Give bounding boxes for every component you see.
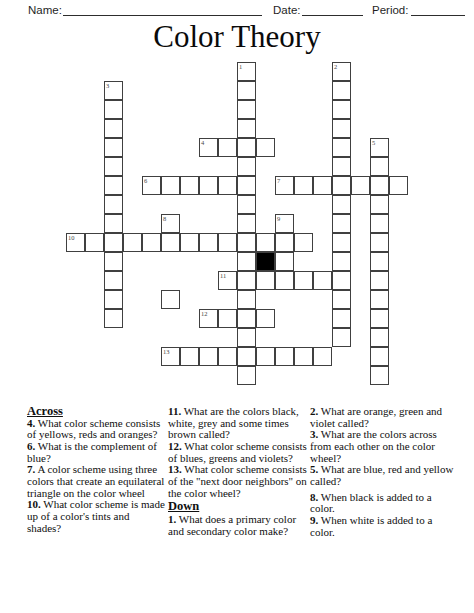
grid-cell-r6c4[interactable]: 6 [142,176,161,195]
grid-cell-r4c9[interactable] [237,138,256,157]
grid-cell-r4c7[interactable]: 4 [199,138,218,157]
grid-cell-r6c15[interactable] [351,176,370,195]
grid-cell-r15c8[interactable] [218,347,237,366]
grid-cell-r9c0[interactable]: 10 [66,233,85,252]
clue-number-8: 8 [163,215,166,223]
grid-cell-r3c2[interactable] [104,119,123,138]
name-label: Name: [28,4,62,16]
grid-cell-r1c14[interactable] [332,81,351,100]
grid-cell-r15c6[interactable] [180,347,199,366]
grid-cell-r12c5[interactable] [161,290,180,309]
grid-cell-r9c9[interactable] [237,233,256,252]
grid-cell-r15c7[interactable] [199,347,218,366]
grid-cell-r13c8[interactable] [218,309,237,328]
grid-cell-r13c16[interactable] [370,309,389,328]
grid-cell-r2c2[interactable] [104,100,123,119]
grid-cell-r4c8[interactable] [218,138,237,157]
clue-11-across: 11. What are the colors black, white, gr… [168,406,309,441]
grid-cell-r6c11[interactable]: 7 [275,176,294,195]
grid-cell-r8c2[interactable] [104,214,123,233]
grid-cell-r4c14[interactable] [332,138,351,157]
grid-cell-r14c9[interactable] [237,328,256,347]
grid-cell-r15c11[interactable] [275,347,294,366]
clue-7-across: 7. A color scheme using three colors tha… [27,464,166,499]
grid-cell-r5c14[interactable] [332,157,351,176]
grid-cell-r7c2[interactable] [104,195,123,214]
grid-cell-r11c14[interactable] [332,271,351,290]
grid-cell-r6c17[interactable] [389,176,408,195]
black-cell [256,252,275,271]
grid-cell-r9c4[interactable] [142,233,161,252]
grid-cell-r15c10[interactable] [256,347,275,366]
clue-12-across: 12. What color scheme consists of blues,… [168,441,309,464]
grid-cell-r12c9[interactable] [237,290,256,309]
grid-cell-r2c9[interactable] [237,100,256,119]
grid-cell-r8c5[interactable]: 8 [161,214,180,233]
grid-cell-r1c2[interactable]: 3 [104,81,123,100]
grid-cell-r2c14[interactable] [332,100,351,119]
grid-cell-r9c5[interactable] [161,233,180,252]
grid-cell-r13c9[interactable] [237,309,256,328]
clue-number-11: 11 [220,272,226,280]
clue-number-2: 2 [334,63,337,71]
grid-cell-r11c13[interactable] [313,271,332,290]
grid-cell-r1c9[interactable] [237,81,256,100]
grid-cell-r10c16[interactable] [370,252,389,271]
grid-cell-r10c14[interactable] [332,252,351,271]
grid-cell-r10c11[interactable] [275,252,294,271]
grid-cell-r16c16[interactable] [370,366,389,385]
clue-column-3: 2. What are orange, green and violet cal… [310,406,455,538]
grid-cell-r13c7[interactable]: 12 [199,309,218,328]
grid-cell-r9c16[interactable] [370,233,389,252]
clue-number-13: 13 [163,348,170,356]
grid-cell-r13c2[interactable] [104,309,123,328]
worksheet-page: Name: Date: Period: Color Theory 1234567… [0,0,474,613]
clue-13-across: 13. What color scheme consists of the "n… [168,464,309,499]
grid-cell-r15c12[interactable] [294,347,313,366]
grid-cell-r7c14[interactable] [332,195,351,214]
grid-cell-r12c14[interactable] [332,290,351,309]
grid-cell-r9c2[interactable] [104,233,123,252]
grid-cell-r5c2[interactable] [104,157,123,176]
grid-cell-r9c10[interactable] [256,233,275,252]
name-blank-line[interactable] [63,15,262,16]
grid-cell-r8c11[interactable]: 9 [275,214,294,233]
grid-cell-r9c1[interactable] [85,233,104,252]
grid-cell-r11c8[interactable]: 11 [218,271,237,290]
grid-cell-r5c9[interactable] [237,157,256,176]
grid-cell-r9c14[interactable] [332,233,351,252]
grid-cell-r5c16[interactable] [370,157,389,176]
clue-9-down: 9. When white is added to a color. [310,515,455,538]
grid-cell-r4c2[interactable] [104,138,123,157]
grid-cell-r6c7[interactable] [199,176,218,195]
grid-cell-r6c9[interactable] [237,176,256,195]
grid-cell-r11c11[interactable] [275,271,294,290]
grid-cell-r12c2[interactable] [104,290,123,309]
clue-column-1: Across4. What color scheme consists of y… [27,406,166,534]
grid-cell-r8c14[interactable] [332,214,351,233]
grid-cell-r10c2[interactable] [104,252,123,271]
grid-cell-r11c16[interactable] [370,271,389,290]
clue-8-down: 8. When black is added to a color. [310,492,455,515]
grid-cell-r3c14[interactable] [332,119,351,138]
grid-cell-r6c8[interactable] [218,176,237,195]
grid-cell-r9c8[interactable] [218,233,237,252]
clue-number-5: 5 [372,139,375,147]
grid-cell-r13c14[interactable] [332,309,351,328]
period-blank-line[interactable] [411,15,465,16]
grid-cell-r6c16[interactable] [370,176,389,195]
date-blank-line[interactable] [302,15,363,16]
grid-cell-r12c16[interactable] [370,290,389,309]
grid-cell-r7c16[interactable] [370,195,389,214]
grid-cell-r9c7[interactable] [199,233,218,252]
clue-number-12: 12 [201,310,208,318]
grid-cell-r6c6[interactable] [180,176,199,195]
clue-10-across: 10. What color scheme is made up of a co… [27,499,166,534]
grid-cell-r15c5[interactable]: 13 [161,347,180,366]
grid-cell-r10c9[interactable] [237,252,256,271]
grid-cell-r0c9[interactable]: 1 [237,62,256,81]
period-label: Period: [372,4,408,16]
clue-number-7: 7 [277,177,280,185]
clue-number-9: 9 [277,215,280,223]
clue-6-across: 6. What is the complement of blue? [27,441,166,464]
grid-cell-r15c16[interactable] [370,347,389,366]
across-header: Across [27,406,166,418]
grid-cell-r9c12[interactable] [294,233,313,252]
clue-1-down: 1. What does a primary color and seconda… [168,514,309,537]
grid-cell-r6c2[interactable] [104,176,123,195]
grid-cell-r0c14[interactable]: 2 [332,62,351,81]
grid-cell-r11c12[interactable] [294,271,313,290]
grid-cell-r15c9[interactable] [237,347,256,366]
grid-cell-r8c16[interactable] [370,214,389,233]
grid-cell-r3c9[interactable] [237,119,256,138]
grid-cell-r6c14[interactable] [332,176,351,195]
grid-cell-r11c10[interactable] [256,271,275,290]
grid-cell-r8c9[interactable] [237,214,256,233]
clue-2-down: 2. What are orange, green and violet cal… [310,406,455,429]
grid-cell-r6c13[interactable] [313,176,332,195]
clue-4-across: 4. What color scheme consists of yellows… [27,418,166,441]
clue-number-4: 4 [201,139,204,147]
grid-cell-r9c3[interactable] [123,233,142,252]
clue-number-6: 6 [144,177,147,185]
date-label: Date: [273,4,301,16]
grid-cell-r4c16[interactable]: 5 [370,138,389,157]
grid-cell-r16c9[interactable] [237,366,256,385]
grid-cell-r15c13[interactable] [313,347,332,366]
grid-cell-r11c2[interactable] [104,271,123,290]
page-title: Color Theory [0,18,474,56]
grid-cell-r14c14[interactable] [332,328,351,347]
grid-cell-r7c9[interactable] [237,195,256,214]
grid-cell-r14c16[interactable] [370,328,389,347]
clue-column-2: 11. What are the colors black, white, gr… [168,406,309,537]
grid-cell-r9c6[interactable] [180,233,199,252]
clue-number-10: 10 [68,234,75,242]
grid-cell-r13c10[interactable] [256,309,275,328]
grid-cell-r6c12[interactable] [294,176,313,195]
grid-cell-r4c10[interactable] [256,138,275,157]
clue-number-1: 1 [239,63,242,71]
clue-number-3: 3 [106,82,109,90]
grid-cell-r9c11[interactable] [275,233,294,252]
grid-cell-r11c9[interactable] [237,271,256,290]
crossword-grid: 12345678910111213 [66,62,408,385]
clue-3-down: 3. What are the colors across from each … [310,429,455,464]
down-header: Down [168,501,309,513]
grid-cell-r6c5[interactable] [161,176,180,195]
clue-5-down: 5. What are blue, red and yellow called? [310,464,455,487]
